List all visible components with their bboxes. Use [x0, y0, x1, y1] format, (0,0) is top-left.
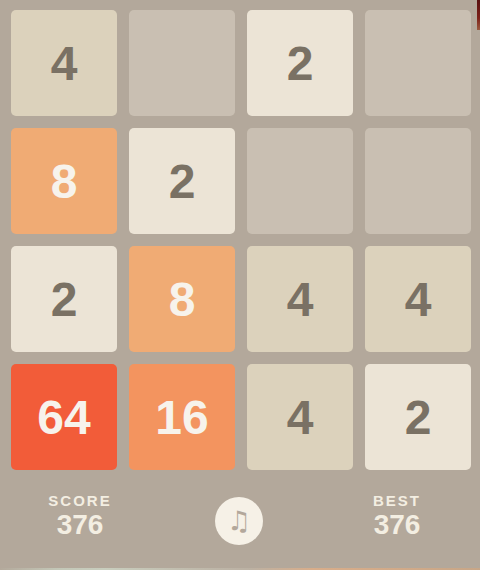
tile-4: 4 [365, 246, 471, 352]
cell-empty [365, 10, 471, 116]
tile-4: 4 [11, 10, 117, 116]
tile-2: 2 [365, 364, 471, 470]
cell-empty [365, 128, 471, 234]
tile-2: 2 [247, 10, 353, 116]
score-value: 376 [15, 510, 145, 540]
music-button[interactable]: ♫ [215, 497, 263, 545]
best-value: 376 [332, 510, 462, 540]
best-panel: BEST 376 [332, 492, 462, 540]
tile-2: 2 [129, 128, 235, 234]
footer: SCORE 376 ♫ BEST 376 [0, 466, 480, 570]
tile-4: 4 [247, 246, 353, 352]
cell-empty [129, 10, 235, 116]
tile-8: 8 [129, 246, 235, 352]
tile-64: 64 [11, 364, 117, 470]
board[interactable]: 42822844641642 [11, 10, 471, 470]
tile-8: 8 [11, 128, 117, 234]
score-label: SCORE [15, 492, 145, 510]
score-panel: SCORE 376 [15, 492, 145, 540]
tile-2: 2 [11, 246, 117, 352]
tile-16: 16 [129, 364, 235, 470]
best-label: BEST [332, 492, 462, 510]
tile-4: 4 [247, 364, 353, 470]
music-note-icon: ♫ [227, 507, 251, 534]
cell-empty [247, 128, 353, 234]
